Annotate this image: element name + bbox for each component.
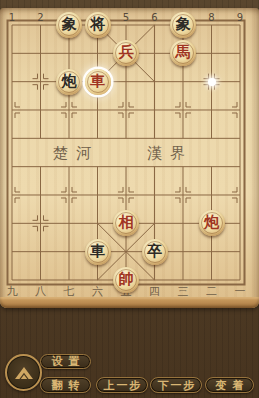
svg-text:9: 9 <box>237 12 243 23</box>
piece-black-soldier[interactable]: 卒 <box>142 239 168 265</box>
piece-black-elephant[interactable]: 象 <box>56 12 82 38</box>
piece-label: 炮 <box>204 215 219 230</box>
piece-label: 炮 <box>62 74 77 89</box>
svg-text:二: 二 <box>206 285 217 298</box>
piece-label: 馬 <box>176 45 191 60</box>
svg-text:四: 四 <box>149 285 160 298</box>
piece-black-cannon[interactable]: 炮 <box>56 69 82 95</box>
piece-label: 象 <box>176 17 191 32</box>
piece-red-chariot[interactable]: 車 <box>85 69 111 95</box>
variation-button[interactable]: 变着 <box>205 377 254 393</box>
river-label-left: 楚河 <box>53 144 99 162</box>
svg-text:七: 七 <box>63 285 75 298</box>
collapse-button[interactable] <box>5 354 42 391</box>
piece-label: 将 <box>90 17 105 32</box>
piece-label: 車 <box>90 74 105 89</box>
piece-label: 象 <box>62 17 77 32</box>
piece-black-general[interactable]: 将 <box>85 12 111 38</box>
piece-label: 車 <box>90 244 105 259</box>
svg-text:2: 2 <box>37 12 43 23</box>
chevron-up-icon <box>13 364 35 381</box>
svg-text:八: 八 <box>35 285 46 298</box>
settings-button[interactable]: 设置 <box>40 354 91 369</box>
svg-text:九: 九 <box>7 285 19 298</box>
previous-move-button[interactable]: 上一步 <box>96 377 148 393</box>
piece-label: 帥 <box>119 272 134 287</box>
piece-black-elephant[interactable]: 象 <box>170 12 196 38</box>
river-label-right: 漢界 <box>147 144 193 162</box>
svg-text:一: 一 <box>235 285 246 298</box>
xiangqi-app-screen: 1 2 3 4 5 6 7 8 9 九 八 七 六 五 四 三 二 一 楚 <box>0 0 259 398</box>
piece-red-cannon[interactable]: 炮 <box>199 210 225 236</box>
piece-label: 相 <box>119 215 134 230</box>
svg-text:三: 三 <box>178 285 189 298</box>
flip-board-button[interactable]: 翻转 <box>40 377 91 393</box>
svg-text:1: 1 <box>9 12 15 23</box>
svg-text:8: 8 <box>208 12 214 23</box>
piece-label: 兵 <box>119 45 134 60</box>
next-move-button[interactable]: 下一步 <box>150 377 202 393</box>
xiangqi-board[interactable]: 1 2 3 4 5 6 7 8 9 九 八 七 六 五 四 三 二 一 楚 <box>0 8 259 308</box>
piece-black-chariot[interactable]: 車 <box>85 239 111 265</box>
svg-text:5: 5 <box>123 12 129 23</box>
piece-red-general[interactable]: 帥 <box>113 267 139 293</box>
svg-text:6: 6 <box>151 12 157 23</box>
piece-label: 卒 <box>147 244 162 259</box>
svg-text:六: 六 <box>92 285 103 298</box>
